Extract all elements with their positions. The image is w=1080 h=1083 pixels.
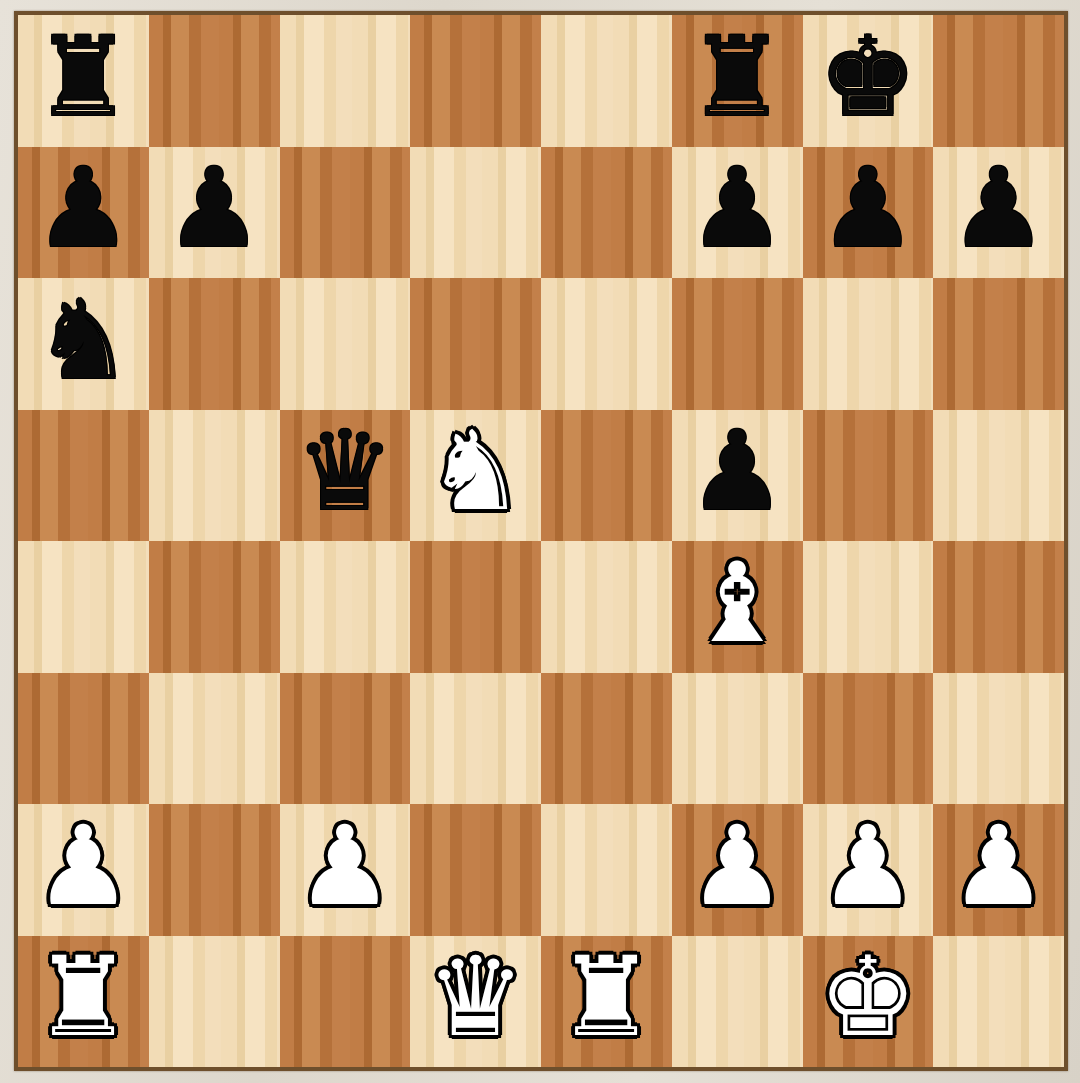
square-g1[interactable]: ♚ xyxy=(803,936,934,1068)
square-d4[interactable] xyxy=(410,541,541,673)
square-b1[interactable] xyxy=(149,936,280,1068)
square-c8[interactable] xyxy=(280,15,411,147)
white-pawn[interactable]: ♟ xyxy=(34,811,133,921)
white-rook[interactable]: ♜ xyxy=(557,942,656,1052)
square-f5[interactable]: ♟ xyxy=(672,410,803,542)
square-a8[interactable]: ♜ xyxy=(18,15,149,147)
square-d6[interactable] xyxy=(410,278,541,410)
square-c5[interactable]: ♛ xyxy=(280,410,411,542)
square-b5[interactable] xyxy=(149,410,280,542)
square-f2[interactable]: ♟ xyxy=(672,804,803,936)
square-d8[interactable] xyxy=(410,15,541,147)
square-e4[interactable] xyxy=(541,541,672,673)
square-e7[interactable] xyxy=(541,147,672,279)
black-pawn[interactable]: ♟ xyxy=(34,153,133,263)
square-a4[interactable] xyxy=(18,541,149,673)
square-e8[interactable] xyxy=(541,15,672,147)
white-king[interactable]: ♚ xyxy=(819,942,918,1052)
square-f7[interactable]: ♟ xyxy=(672,147,803,279)
square-h3[interactable] xyxy=(933,673,1064,805)
white-pawn[interactable]: ♟ xyxy=(296,811,395,921)
square-h2[interactable]: ♟ xyxy=(933,804,1064,936)
square-c7[interactable] xyxy=(280,147,411,279)
black-queen[interactable]: ♛ xyxy=(296,416,395,526)
square-h7[interactable]: ♟ xyxy=(933,147,1064,279)
black-rook[interactable]: ♜ xyxy=(34,22,133,132)
square-c1[interactable] xyxy=(280,936,411,1068)
black-pawn[interactable]: ♟ xyxy=(165,153,264,263)
white-queen[interactable]: ♛ xyxy=(426,942,525,1052)
square-f4[interactable]: ♝ xyxy=(672,541,803,673)
black-knight[interactable]: ♞ xyxy=(34,285,133,395)
square-c3[interactable] xyxy=(280,673,411,805)
square-f1[interactable] xyxy=(672,936,803,1068)
square-d7[interactable] xyxy=(410,147,541,279)
square-e2[interactable] xyxy=(541,804,672,936)
square-b4[interactable] xyxy=(149,541,280,673)
square-c4[interactable] xyxy=(280,541,411,673)
black-pawn[interactable]: ♟ xyxy=(949,153,1048,263)
square-g2[interactable]: ♟ xyxy=(803,804,934,936)
black-pawn[interactable]: ♟ xyxy=(688,153,787,263)
square-b3[interactable] xyxy=(149,673,280,805)
square-a2[interactable]: ♟ xyxy=(18,804,149,936)
square-e5[interactable] xyxy=(541,410,672,542)
square-c2[interactable]: ♟ xyxy=(280,804,411,936)
black-pawn[interactable]: ♟ xyxy=(688,416,787,526)
square-e1[interactable]: ♜ xyxy=(541,936,672,1068)
square-b7[interactable]: ♟ xyxy=(149,147,280,279)
square-g4[interactable] xyxy=(803,541,934,673)
square-h4[interactable] xyxy=(933,541,1064,673)
square-c6[interactable] xyxy=(280,278,411,410)
square-h1[interactable] xyxy=(933,936,1064,1068)
square-g3[interactable] xyxy=(803,673,934,805)
white-knight[interactable]: ♞ xyxy=(426,416,525,526)
square-g7[interactable]: ♟ xyxy=(803,147,934,279)
square-d5[interactable]: ♞ xyxy=(410,410,541,542)
square-e3[interactable] xyxy=(541,673,672,805)
square-a7[interactable]: ♟ xyxy=(18,147,149,279)
square-a5[interactable] xyxy=(18,410,149,542)
square-b2[interactable] xyxy=(149,804,280,936)
white-bishop[interactable]: ♝ xyxy=(688,548,787,658)
square-g8[interactable]: ♚ xyxy=(803,15,934,147)
square-b6[interactable] xyxy=(149,278,280,410)
white-pawn[interactable]: ♟ xyxy=(688,811,787,921)
square-g5[interactable] xyxy=(803,410,934,542)
square-a3[interactable] xyxy=(18,673,149,805)
white-rook[interactable]: ♜ xyxy=(34,942,133,1052)
black-rook[interactable]: ♜ xyxy=(688,22,787,132)
square-f6[interactable] xyxy=(672,278,803,410)
chess-board-frame: ♜♜♚♟♟♟♟♟♞♛♞♟♝♟♟♟♟♟♜♛♜♚ xyxy=(14,11,1068,1071)
square-b8[interactable] xyxy=(149,15,280,147)
black-pawn[interactable]: ♟ xyxy=(819,153,918,263)
black-king[interactable]: ♚ xyxy=(819,22,918,132)
square-a6[interactable]: ♞ xyxy=(18,278,149,410)
square-h6[interactable] xyxy=(933,278,1064,410)
square-h8[interactable] xyxy=(933,15,1064,147)
square-h5[interactable] xyxy=(933,410,1064,542)
square-f8[interactable]: ♜ xyxy=(672,15,803,147)
white-pawn[interactable]: ♟ xyxy=(949,811,1048,921)
square-d2[interactable] xyxy=(410,804,541,936)
square-d3[interactable] xyxy=(410,673,541,805)
white-pawn[interactable]: ♟ xyxy=(819,811,918,921)
square-g6[interactable] xyxy=(803,278,934,410)
square-d1[interactable]: ♛ xyxy=(410,936,541,1068)
square-f3[interactable] xyxy=(672,673,803,805)
square-e6[interactable] xyxy=(541,278,672,410)
square-a1[interactable]: ♜ xyxy=(18,936,149,1068)
chess-board: ♜♜♚♟♟♟♟♟♞♛♞♟♝♟♟♟♟♟♜♛♜♚ xyxy=(18,15,1064,1067)
